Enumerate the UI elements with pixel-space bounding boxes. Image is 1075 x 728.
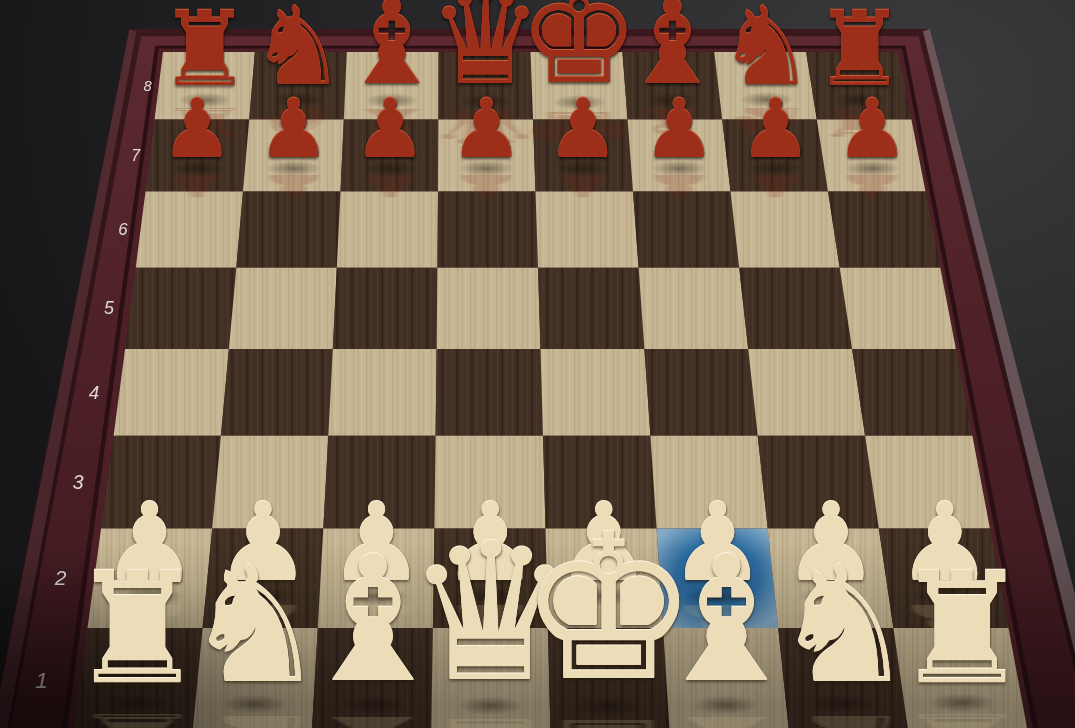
- piece-red-pawn-f7[interactable]: ♟♟: [643, 88, 716, 170]
- red-pawn-glyph: ♟: [835, 88, 908, 170]
- piece-white-rook-h1[interactable]: ♜♜: [893, 551, 1031, 705]
- white-rook-glyph: ♜: [893, 551, 1031, 705]
- red-pawn-glyph: ♟: [257, 88, 330, 170]
- red-pawn-glyph: ♟: [643, 88, 716, 170]
- red-pawn-glyph: ♟: [546, 88, 619, 170]
- piece-red-pawn-a7[interactable]: ♟♟: [161, 88, 234, 170]
- red-pawn-glyph: ♟: [450, 88, 523, 170]
- red-pawn-glyph: ♟: [353, 88, 426, 170]
- piece-red-pawn-c7[interactable]: ♟♟: [353, 88, 426, 170]
- piece-red-pawn-d7[interactable]: ♟♟: [450, 88, 523, 170]
- piece-red-pawn-e7[interactable]: ♟♟: [546, 88, 619, 170]
- chess-scene: 87654321 ♜♜♞♞♝♝♛♛♚♚♝♝♞♞♜♜♟♟♟♟♟♟♟♟♟♟♟♟♟♟♟…: [0, 0, 1075, 728]
- red-pawn-glyph: ♟: [161, 88, 234, 170]
- piece-red-pawn-h7[interactable]: ♟♟: [835, 88, 908, 170]
- piece-red-pawn-g7[interactable]: ♟♟: [739, 88, 812, 170]
- piece-red-pawn-b7[interactable]: ♟♟: [257, 88, 330, 170]
- red-pawn-glyph: ♟: [739, 88, 812, 170]
- pieces-layer: ♜♜♞♞♝♝♛♛♚♚♝♝♞♞♜♜♟♟♟♟♟♟♟♟♟♟♟♟♟♟♟♟♟♟♟♟♟♟♟♟…: [0, 0, 1075, 728]
